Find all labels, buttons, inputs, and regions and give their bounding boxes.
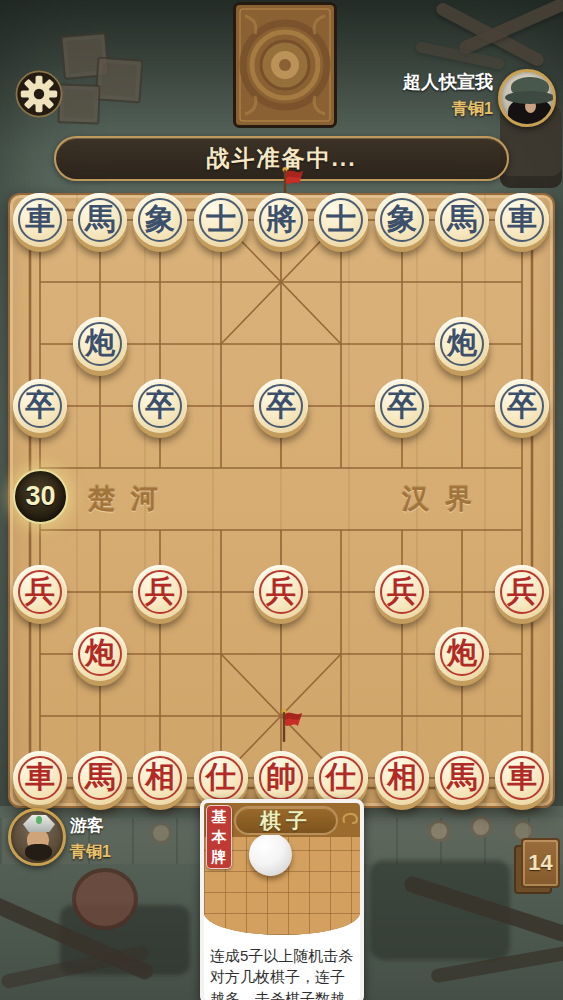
piece-glyph: 車 — [25, 204, 55, 234]
cloud-scroll-icon — [342, 811, 360, 825]
card-type-tag: 基 本 牌 — [206, 805, 232, 869]
opponent-name: 超人快宣我 — [330, 70, 493, 94]
piece-red-general[interactable]: 帥 — [254, 751, 308, 805]
settings-button[interactable] — [13, 68, 65, 120]
piece-glyph: 卒 — [25, 390, 55, 420]
piece-red-advisor[interactable]: 仕 — [314, 751, 368, 805]
piece-red-soldier[interactable]: 兵 — [375, 565, 429, 619]
piece-glyph: 帥 — [266, 762, 296, 792]
background-log — [415, 41, 505, 70]
piece-glyph: 將 — [266, 204, 296, 234]
background-shadow — [60, 905, 190, 975]
river-label-chu: 楚河 — [88, 481, 174, 517]
background-post — [428, 820, 450, 842]
background-log — [0, 894, 155, 982]
piece-glyph: 炮 — [85, 328, 115, 358]
background-crate — [95, 56, 144, 103]
piece-black-horse[interactable]: 馬 — [73, 193, 127, 247]
xiangqi-board[interactable]: 楚河 汉界 車馬象士將士象馬車炮炮卒卒卒卒卒兵兵兵兵兵炮炮車馬相仕帥仕相馬車 — [8, 193, 555, 808]
gear-icon — [13, 68, 65, 120]
piece-black-elephant[interactable]: 象 — [133, 193, 187, 247]
background-post — [470, 816, 492, 838]
piece-glyph: 相 — [145, 762, 175, 792]
piece-red-chariot[interactable]: 車 — [495, 751, 549, 805]
piece-glyph: 士 — [206, 204, 236, 234]
background-log — [434, 1, 546, 69]
piece-black-chariot[interactable]: 車 — [13, 193, 67, 247]
piece-glyph: 兵 — [507, 576, 537, 606]
piece-glyph: 兵 — [387, 576, 417, 606]
piece-red-soldier[interactable]: 兵 — [133, 565, 187, 619]
piece-red-soldier[interactable]: 兵 — [495, 565, 549, 619]
piece-black-advisor[interactable]: 士 — [194, 193, 248, 247]
piece-glyph: 車 — [507, 762, 537, 792]
piece-black-cannon[interactable]: 炮 — [73, 317, 127, 371]
opponent-rank: 青铜1 — [330, 99, 493, 120]
red-flag-icon — [276, 708, 304, 744]
piece-black-elephant[interactable]: 象 — [375, 193, 429, 247]
piece-glyph: 象 — [387, 204, 417, 234]
move-timer: 30 — [13, 469, 68, 524]
opponent-card-back — [233, 2, 337, 128]
piece-glyph: 卒 — [145, 390, 175, 420]
player-name: 游客 — [70, 814, 104, 837]
deck-counter[interactable]: 14 — [514, 838, 560, 894]
piece-black-advisor[interactable]: 士 — [314, 193, 368, 247]
piece-glyph: 卒 — [507, 390, 537, 420]
avatar-hat-brim — [505, 91, 555, 104]
piece-black-soldier[interactable]: 卒 — [375, 379, 429, 433]
card-back-mandala — [233, 2, 337, 128]
piece-glyph: 馬 — [85, 762, 115, 792]
piece-black-soldier[interactable]: 卒 — [13, 379, 67, 433]
piece-black-general[interactable]: 將 — [254, 193, 308, 247]
piece-red-cannon[interactable]: 炮 — [435, 627, 489, 681]
piece-red-soldier[interactable]: 兵 — [13, 565, 67, 619]
game-screen: 超人快宣我 青铜1 战斗准备中... — [0, 0, 563, 1000]
piece-red-horse[interactable]: 馬 — [73, 751, 127, 805]
piece-glyph: 車 — [25, 762, 55, 792]
piece-glyph: 兵 — [145, 576, 175, 606]
piece-glyph: 炮 — [447, 638, 477, 668]
piece-black-soldier[interactable]: 卒 — [254, 379, 308, 433]
piece-black-horse[interactable]: 馬 — [435, 193, 489, 247]
piece-red-soldier[interactable]: 兵 — [254, 565, 308, 619]
piece-red-horse[interactable]: 馬 — [435, 751, 489, 805]
piece-red-cannon[interactable]: 炮 — [73, 627, 127, 681]
player-avatar[interactable] — [8, 808, 66, 866]
piece-glyph: 相 — [387, 762, 417, 792]
skill-card-title: 棋子 — [260, 807, 312, 835]
piece-glyph: 炮 — [85, 638, 115, 668]
piece-glyph: 馬 — [447, 762, 477, 792]
piece-glyph: 士 — [326, 204, 356, 234]
piece-glyph: 卒 — [266, 390, 296, 420]
river-label-han: 汉界 — [402, 481, 488, 517]
background-drum — [72, 868, 138, 930]
piece-glyph: 兵 — [25, 576, 55, 606]
piece-glyph: 兵 — [266, 576, 296, 606]
player-rank: 青铜1 — [70, 842, 111, 863]
deck-count: 14 — [521, 838, 560, 888]
piece-red-elephant[interactable]: 相 — [375, 751, 429, 805]
white-stone — [249, 833, 292, 876]
avatar-gem — [36, 816, 42, 824]
piece-black-chariot[interactable]: 車 — [495, 193, 549, 247]
piece-red-elephant[interactable]: 相 — [133, 751, 187, 805]
background-shadow — [370, 860, 510, 960]
piece-black-soldier[interactable]: 卒 — [133, 379, 187, 433]
piece-glyph: 炮 — [447, 328, 477, 358]
background-log — [430, 940, 563, 983]
piece-black-cannon[interactable]: 炮 — [435, 317, 489, 371]
piece-glyph: 仕 — [206, 762, 236, 792]
piece-glyph: 馬 — [85, 204, 115, 234]
skill-card[interactable]: 棋子 基 本 牌 连成5子以上随机击杀对方几枚棋子，连子越多，击杀棋子数越多 — [200, 799, 364, 1000]
piece-black-soldier[interactable]: 卒 — [495, 379, 549, 433]
piece-glyph: 仕 — [326, 762, 356, 792]
background-log — [0, 945, 150, 990]
avatar-beard — [25, 844, 52, 861]
skill-card-description: 连成5子以上随机击杀对方几枚棋子，连子越多，击杀棋子数越多 — [210, 945, 356, 1000]
piece-glyph: 象 — [145, 204, 175, 234]
skill-card-title-banner: 棋子 — [234, 806, 338, 835]
piece-red-advisor[interactable]: 仕 — [194, 751, 248, 805]
piece-glyph: 馬 — [447, 204, 477, 234]
background-log — [457, 0, 563, 56]
piece-glyph: 卒 — [387, 390, 417, 420]
piece-glyph: 車 — [507, 204, 537, 234]
piece-red-chariot[interactable]: 車 — [13, 751, 67, 805]
background-crate — [60, 32, 110, 80]
opponent-avatar[interactable] — [498, 69, 556, 127]
background-post — [150, 822, 172, 844]
